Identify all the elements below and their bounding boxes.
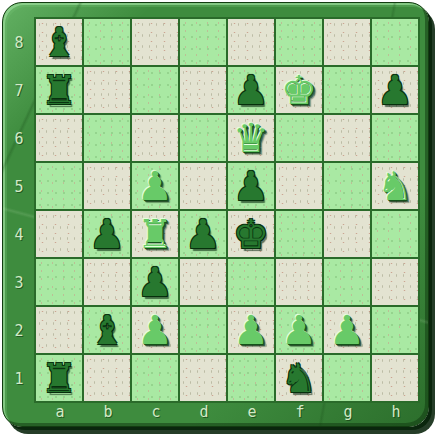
square-f1[interactable]: ♞	[276, 355, 322, 401]
rank-label-7: 7	[6, 67, 32, 115]
white-pawn-g2[interactable]: ♟	[329, 307, 365, 353]
white-pawn-e2[interactable]: ♟	[233, 307, 269, 353]
rank-label-2: 2	[6, 307, 32, 355]
square-f2[interactable]: ♟	[276, 307, 322, 353]
square-g2[interactable]: ♟	[324, 307, 370, 353]
white-knight-h5[interactable]: ♞	[377, 163, 413, 209]
file-label-b: b	[84, 402, 132, 422]
file-label-f: f	[276, 402, 324, 422]
square-g1[interactable]	[324, 355, 370, 401]
square-f3[interactable]	[276, 259, 322, 305]
square-c5[interactable]: ♟	[132, 163, 178, 209]
rank-label-1: 1	[6, 355, 32, 403]
square-c1[interactable]	[132, 355, 178, 401]
black-rook-a1[interactable]: ♜	[41, 355, 77, 401]
square-e5[interactable]: ♟	[228, 163, 274, 209]
square-d6[interactable]	[180, 115, 226, 161]
square-a5[interactable]	[36, 163, 82, 209]
rank-label-5: 5	[6, 163, 32, 211]
square-d8[interactable]	[180, 19, 226, 65]
white-pawn-c5[interactable]: ♟	[137, 163, 173, 209]
white-pawn-f2[interactable]: ♟	[281, 307, 317, 353]
black-pawn-b4[interactable]: ♟	[89, 211, 125, 257]
black-knight-f1[interactable]: ♞	[281, 355, 317, 401]
square-h3[interactable]	[372, 259, 418, 305]
square-g4[interactable]	[324, 211, 370, 257]
black-rook-a7[interactable]: ♜	[41, 67, 77, 113]
white-rook-c4[interactable]: ♜	[137, 211, 173, 257]
square-d4[interactable]: ♟	[180, 211, 226, 257]
square-e8[interactable]	[228, 19, 274, 65]
square-a4[interactable]	[36, 211, 82, 257]
square-f6[interactable]	[276, 115, 322, 161]
rank-label-3: 3	[6, 259, 32, 307]
chessboard-app: 87654321 abcdefgh ♝♜♟♚♟♛♟♟♞♟♜♟♚♟♝♟♟♟♟♜♞	[0, 0, 444, 442]
square-b7[interactable]	[84, 67, 130, 113]
square-a1[interactable]: ♜	[36, 355, 82, 401]
square-f8[interactable]	[276, 19, 322, 65]
square-h7[interactable]: ♟	[372, 67, 418, 113]
square-d3[interactable]	[180, 259, 226, 305]
square-e6[interactable]: ♛	[228, 115, 274, 161]
black-pawn-c3[interactable]: ♟	[137, 259, 173, 305]
square-d7[interactable]	[180, 67, 226, 113]
square-c6[interactable]	[132, 115, 178, 161]
square-d1[interactable]	[180, 355, 226, 401]
square-g5[interactable]	[324, 163, 370, 209]
square-d2[interactable]	[180, 307, 226, 353]
black-bishop-a8[interactable]: ♝	[41, 19, 77, 65]
square-c8[interactable]	[132, 19, 178, 65]
black-king-e4[interactable]: ♚	[233, 211, 269, 257]
file-label-e: e	[228, 402, 276, 422]
rank-label-6: 6	[6, 115, 32, 163]
square-f4[interactable]	[276, 211, 322, 257]
file-label-d: d	[180, 402, 228, 422]
square-h2[interactable]	[372, 307, 418, 353]
square-e3[interactable]	[228, 259, 274, 305]
square-b3[interactable]	[84, 259, 130, 305]
square-b6[interactable]	[84, 115, 130, 161]
square-e2[interactable]: ♟	[228, 307, 274, 353]
square-a3[interactable]	[36, 259, 82, 305]
board: ♝♜♟♚♟♛♟♟♞♟♜♟♚♟♝♟♟♟♟♜♞	[34, 17, 420, 403]
file-label-h: h	[372, 402, 420, 422]
rank-label-4: 4	[6, 211, 32, 259]
square-h6[interactable]	[372, 115, 418, 161]
square-e1[interactable]	[228, 355, 274, 401]
rank-label-8: 8	[6, 19, 32, 67]
square-c7[interactable]	[132, 67, 178, 113]
black-pawn-e7[interactable]: ♟	[233, 67, 269, 113]
square-c2[interactable]: ♟	[132, 307, 178, 353]
square-g8[interactable]	[324, 19, 370, 65]
square-h8[interactable]	[372, 19, 418, 65]
file-label-c: c	[132, 402, 180, 422]
square-c4[interactable]: ♜	[132, 211, 178, 257]
white-king-f7[interactable]: ♚	[281, 67, 317, 113]
rank-labels: 87654321	[6, 19, 32, 403]
square-b1[interactable]	[84, 355, 130, 401]
square-a2[interactable]	[36, 307, 82, 353]
square-b8[interactable]	[84, 19, 130, 65]
square-b4[interactable]: ♟	[84, 211, 130, 257]
square-f5[interactable]	[276, 163, 322, 209]
black-pawn-h7[interactable]: ♟	[377, 67, 413, 113]
square-a6[interactable]	[36, 115, 82, 161]
file-labels: abcdefgh	[36, 402, 420, 422]
black-pawn-d4[interactable]: ♟	[185, 211, 221, 257]
file-label-a: a	[36, 402, 84, 422]
square-a8[interactable]: ♝	[36, 19, 82, 65]
black-bishop-b2[interactable]: ♝	[89, 307, 125, 353]
square-c3[interactable]: ♟	[132, 259, 178, 305]
white-pawn-c2[interactable]: ♟	[137, 307, 173, 353]
white-queen-e6[interactable]: ♛	[233, 115, 269, 161]
file-label-g: g	[324, 402, 372, 422]
square-h5[interactable]: ♞	[372, 163, 418, 209]
square-g6[interactable]	[324, 115, 370, 161]
square-g3[interactable]	[324, 259, 370, 305]
square-e7[interactable]: ♟	[228, 67, 274, 113]
square-e4[interactable]: ♚	[228, 211, 274, 257]
square-d5[interactable]	[180, 163, 226, 209]
black-pawn-e5[interactable]: ♟	[233, 163, 269, 209]
square-a7[interactable]: ♜	[36, 67, 82, 113]
square-b5[interactable]	[84, 163, 130, 209]
square-b2[interactable]: ♝	[84, 307, 130, 353]
square-g7[interactable]	[324, 67, 370, 113]
square-h1[interactable]	[372, 355, 418, 401]
square-h4[interactable]	[372, 211, 418, 257]
square-f7[interactable]: ♚	[276, 67, 322, 113]
